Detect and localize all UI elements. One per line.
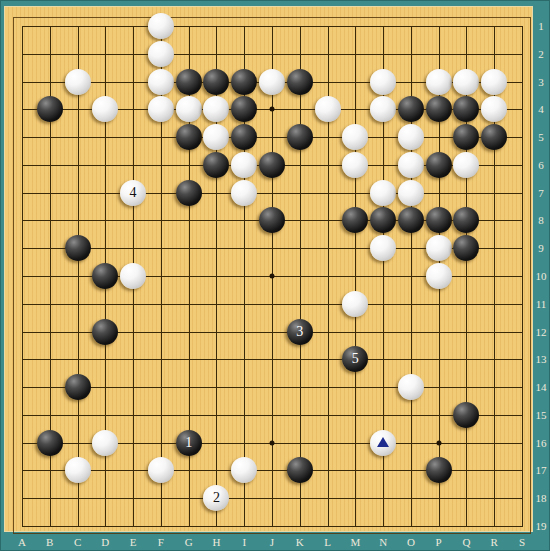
go-stone-black-N8[interactable] <box>370 207 396 233</box>
go-stone-white-N4[interactable] <box>370 96 396 122</box>
go-stone-black-Q15[interactable] <box>453 402 479 428</box>
column-label-Q: Q <box>462 536 470 548</box>
row-label-14: 14 <box>536 381 547 393</box>
go-stone-black-I3[interactable] <box>231 69 257 95</box>
row-label-4: 4 <box>538 103 544 115</box>
go-stone-white-L4[interactable] <box>315 96 341 122</box>
go-stone-white-N9[interactable] <box>370 235 396 261</box>
go-stone-black-G7[interactable] <box>176 180 202 206</box>
go-stone-black-G3[interactable] <box>176 69 202 95</box>
go-stone-black-Q4[interactable] <box>453 96 479 122</box>
go-stone-white-I7[interactable] <box>231 180 257 206</box>
row-label-13: 13 <box>536 353 547 365</box>
go-stone-white-H4[interactable] <box>203 96 229 122</box>
go-stone-white-R4[interactable] <box>481 96 507 122</box>
go-stone-white-J3[interactable] <box>259 69 285 95</box>
row-label-7: 7 <box>538 187 544 199</box>
go-stone-black-M8[interactable] <box>342 207 368 233</box>
go-diagram: 43512 ABCDEFGHIJKLMNOPQRS 12345678910111… <box>0 0 550 551</box>
go-stone-black-G5[interactable] <box>176 124 202 150</box>
column-label-A: A <box>18 536 26 548</box>
go-stone-black-B16[interactable] <box>37 430 63 456</box>
column-label-S: S <box>519 536 525 548</box>
go-stone-white-F2[interactable] <box>148 41 174 67</box>
go-stone-white-D16[interactable] <box>92 430 118 456</box>
column-label-N: N <box>379 536 387 548</box>
row-label-9: 9 <box>538 242 544 254</box>
column-label-H: H <box>212 536 220 548</box>
go-stone-black-O8[interactable] <box>398 207 424 233</box>
go-stone-white-F3[interactable] <box>148 69 174 95</box>
go-stone-white-M6[interactable] <box>342 152 368 178</box>
column-label-F: F <box>158 536 164 548</box>
go-stone-black-D12[interactable] <box>92 319 118 345</box>
go-stone-white-Q3[interactable] <box>453 69 479 95</box>
go-stone-black-K5[interactable] <box>287 124 313 150</box>
column-label-I: I <box>242 536 246 548</box>
go-stone-white-M11[interactable] <box>342 291 368 317</box>
go-stone-black-J6[interactable] <box>259 152 285 178</box>
column-label-E: E <box>130 536 137 548</box>
go-stone-black-I4[interactable] <box>231 96 257 122</box>
triangle-marker <box>377 437 389 447</box>
go-stone-black-M13[interactable]: 5 <box>342 346 368 372</box>
go-stone-white-G4[interactable] <box>176 96 202 122</box>
go-stone-black-C14[interactable] <box>65 374 91 400</box>
go-stone-white-R3[interactable] <box>481 69 507 95</box>
go-stone-white-E7[interactable]: 4 <box>120 180 146 206</box>
go-stone-white-Q6[interactable] <box>453 152 479 178</box>
row-label-3: 3 <box>538 76 544 88</box>
go-stone-black-P17[interactable] <box>426 457 452 483</box>
go-stone-black-Q5[interactable] <box>453 124 479 150</box>
go-stone-white-I6[interactable] <box>231 152 257 178</box>
go-stone-white-N7[interactable] <box>370 180 396 206</box>
go-stone-black-P8[interactable] <box>426 207 452 233</box>
row-label-5: 5 <box>538 131 544 143</box>
go-stone-white-O6[interactable] <box>398 152 424 178</box>
move-number-3: 3 <box>296 325 303 339</box>
go-stone-white-N3[interactable] <box>370 69 396 95</box>
go-stone-black-H3[interactable] <box>203 69 229 95</box>
row-label-12: 12 <box>536 326 547 338</box>
column-label-R: R <box>491 536 498 548</box>
row-label-18: 18 <box>536 492 547 504</box>
column-label-M: M <box>350 536 360 548</box>
go-stone-black-O4[interactable] <box>398 96 424 122</box>
go-stone-white-O5[interactable] <box>398 124 424 150</box>
star-point-J10 <box>270 274 275 279</box>
go-stone-black-C9[interactable] <box>65 235 91 261</box>
star-point-P16 <box>436 440 441 445</box>
star-point-J4 <box>270 107 275 112</box>
move-number-2: 2 <box>213 491 220 505</box>
column-label-J: J <box>270 536 274 548</box>
row-label-1: 1 <box>538 20 544 32</box>
go-stone-black-K3[interactable] <box>287 69 313 95</box>
go-stone-black-J8[interactable] <box>259 207 285 233</box>
go-stone-white-O7[interactable] <box>398 180 424 206</box>
row-label-6: 6 <box>538 159 544 171</box>
go-stone-white-F4[interactable] <box>148 96 174 122</box>
go-stone-black-H6[interactable] <box>203 152 229 178</box>
column-label-P: P <box>436 536 442 548</box>
column-label-C: C <box>74 536 81 548</box>
move-number-4: 4 <box>130 186 137 200</box>
move-number-5: 5 <box>352 352 359 366</box>
column-label-B: B <box>46 536 53 548</box>
go-stone-white-M5[interactable] <box>342 124 368 150</box>
go-stone-black-K12[interactable]: 3 <box>287 319 313 345</box>
go-stone-white-O14[interactable] <box>398 374 424 400</box>
go-stone-white-P3[interactable] <box>426 69 452 95</box>
go-stone-white-I17[interactable] <box>231 457 257 483</box>
go-stone-black-B4[interactable] <box>37 96 63 122</box>
column-label-L: L <box>324 536 331 548</box>
column-label-O: O <box>407 536 415 548</box>
row-label-2: 2 <box>538 48 544 60</box>
move-number-1: 1 <box>185 436 192 450</box>
go-stone-white-H18[interactable]: 2 <box>203 485 229 511</box>
star-point-J16 <box>270 440 275 445</box>
go-stone-white-N16[interactable] <box>370 430 396 456</box>
go-stone-black-R5[interactable] <box>481 124 507 150</box>
go-stone-white-C3[interactable] <box>65 69 91 95</box>
go-stone-white-P10[interactable] <box>426 263 452 289</box>
go-stone-black-G16[interactable]: 1 <box>176 430 202 456</box>
go-stone-black-P4[interactable] <box>426 96 452 122</box>
row-label-8: 8 <box>538 214 544 226</box>
go-stone-white-P9[interactable] <box>426 235 452 261</box>
row-label-15: 15 <box>536 409 547 421</box>
row-label-16: 16 <box>536 437 547 449</box>
go-stone-white-F1[interactable] <box>148 13 174 39</box>
go-stone-black-I5[interactable] <box>231 124 257 150</box>
go-stone-black-Q8[interactable] <box>453 207 479 233</box>
row-label-10: 10 <box>536 270 547 282</box>
row-label-17: 17 <box>536 464 547 476</box>
column-label-D: D <box>101 536 109 548</box>
go-stone-white-C17[interactable] <box>65 457 91 483</box>
go-stone-black-D10[interactable] <box>92 263 118 289</box>
go-stone-white-D4[interactable] <box>92 96 118 122</box>
column-label-K: K <box>296 536 304 548</box>
row-label-11: 11 <box>536 298 547 310</box>
row-label-19: 19 <box>536 520 547 532</box>
go-stone-white-H5[interactable] <box>203 124 229 150</box>
column-label-G: G <box>185 536 193 548</box>
go-stone-black-Q9[interactable] <box>453 235 479 261</box>
go-stone-white-E10[interactable] <box>120 263 146 289</box>
go-stone-black-P6[interactable] <box>426 152 452 178</box>
go-board[interactable]: 43512 <box>4 6 533 532</box>
go-stone-black-K17[interactable] <box>287 457 313 483</box>
go-stone-white-F17[interactable] <box>148 457 174 483</box>
